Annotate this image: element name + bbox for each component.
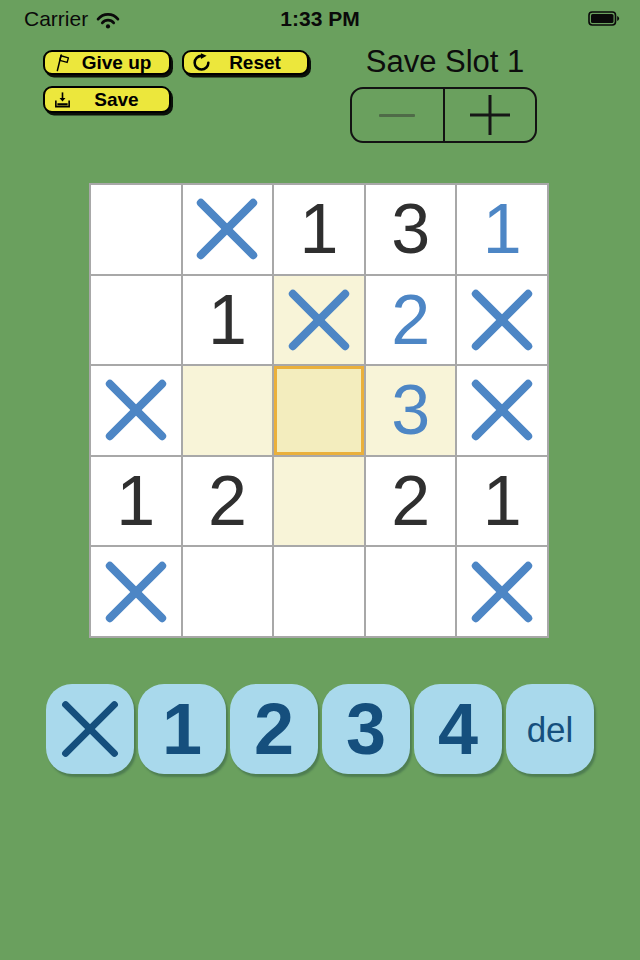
cell-r5c4[interactable] [366,547,456,636]
battery-icon [588,11,620,26]
cell-r2c3[interactable] [274,276,364,365]
given-number: 1 [483,466,522,536]
cell-r3c4[interactable]: 3 [366,366,456,455]
cell-r2c2[interactable]: 1 [183,276,273,365]
cell-r3c3-selected[interactable] [274,366,364,455]
given-number: 1 [300,194,339,264]
key-1[interactable]: 1 [138,684,226,774]
user-number: 1 [483,194,522,264]
x-mark [471,379,533,441]
reset-button[interactable]: Reset [182,50,309,75]
plus-icon [470,95,510,135]
given-number: 2 [391,466,430,536]
cell-r4c4[interactable]: 2 [366,457,456,546]
save-label: Save [72,90,161,109]
save-slot-title: Save Slot 1 [350,44,540,80]
cell-r5c2[interactable] [183,547,273,636]
x-mark [105,561,167,623]
x-mark-icon [61,700,119,758]
user-number: 2 [391,285,430,355]
cell-r3c2[interactable] [183,366,273,455]
cell-r5c3[interactable] [274,547,364,636]
cell-r1c5[interactable]: 1 [457,185,547,274]
cell-r1c3[interactable]: 1 [274,185,364,274]
cell-r4c1[interactable]: 1 [91,457,181,546]
save-button[interactable]: Save [43,86,171,113]
reset-label: Reset [211,53,299,72]
save-slot-stepper [350,87,537,143]
cell-r5c5[interactable] [457,547,547,636]
cell-r1c1[interactable] [91,185,181,274]
given-number: 1 [208,285,247,355]
given-number: 1 [116,466,155,536]
cell-r2c5[interactable] [457,276,547,365]
cell-r1c2[interactable] [183,185,273,274]
slot-plus-button[interactable] [443,89,536,141]
x-mark [105,379,167,441]
slot-minus-button[interactable] [352,89,443,141]
status-bar: Carrier 1:33 PM [0,0,640,40]
x-mark [196,198,258,260]
save-tray-icon [53,90,72,110]
cell-r5c1[interactable] [91,547,181,636]
key-3[interactable]: 3 [322,684,410,774]
key-4[interactable]: 4 [414,684,502,774]
reset-arrow-icon [192,53,211,72]
cell-r4c5[interactable]: 1 [457,457,547,546]
minus-icon [379,114,415,117]
key-2[interactable]: 2 [230,684,318,774]
cell-r2c1[interactable] [91,276,181,365]
give-up-button[interactable]: Give up [43,50,171,75]
clock: 1:33 PM [0,7,640,31]
input-keyboard: 1 2 3 4 del [46,684,594,774]
puzzle-board: 1 3 1 1 2 3 1 2 2 1 [89,183,549,638]
given-number: 3 [391,194,430,264]
x-mark [288,289,350,351]
cell-r2c4[interactable]: 2 [366,276,456,365]
user-number: 3 [391,375,430,445]
given-number: 2 [208,466,247,536]
cell-r3c5[interactable] [457,366,547,455]
key-del[interactable]: del [506,684,594,774]
cell-r4c3[interactable] [274,457,364,546]
x-mark [471,289,533,351]
cell-r1c4[interactable]: 3 [366,185,456,274]
cell-r4c2[interactable]: 2 [183,457,273,546]
cell-r3c1[interactable] [91,366,181,455]
key-x[interactable] [46,684,134,774]
x-mark [471,561,533,623]
flag-icon [53,52,72,73]
give-up-label: Give up [72,53,161,72]
